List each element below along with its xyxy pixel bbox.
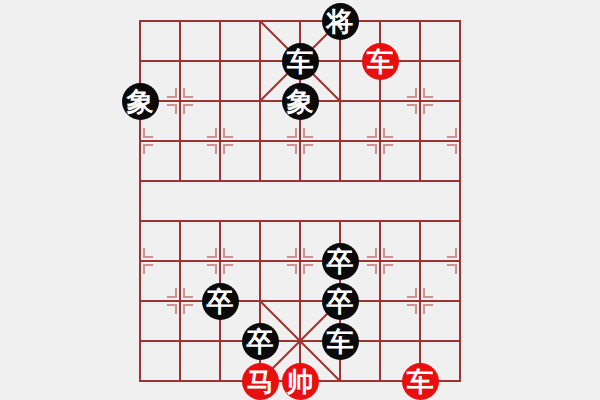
piece-black-pawn[interactable]: 卒	[242, 323, 279, 360]
piece-red-general[interactable]: 帅	[282, 363, 319, 400]
piece-black-general[interactable]: 将	[322, 3, 359, 40]
xiangqi-app-window: 将车车象象卒卒卒卒车马帅车	[0, 0, 600, 400]
piece-black-elephant[interactable]: 象	[122, 83, 159, 120]
piece-red-chariot[interactable]: 车	[402, 363, 439, 400]
piece-black-pawn[interactable]: 卒	[322, 283, 359, 320]
piece-red-chariot[interactable]: 车	[362, 43, 399, 80]
piece-black-pawn[interactable]: 卒	[202, 283, 239, 320]
piece-black-elephant[interactable]: 象	[282, 83, 319, 120]
xiangqi-board: 将车车象象卒卒卒卒车马帅车	[120, 1, 480, 400]
piece-black-chariot[interactable]: 车	[322, 323, 359, 360]
piece-black-chariot[interactable]: 车	[282, 43, 319, 80]
piece-black-pawn[interactable]: 卒	[322, 243, 359, 280]
piece-red-horse[interactable]: 马	[242, 363, 279, 400]
